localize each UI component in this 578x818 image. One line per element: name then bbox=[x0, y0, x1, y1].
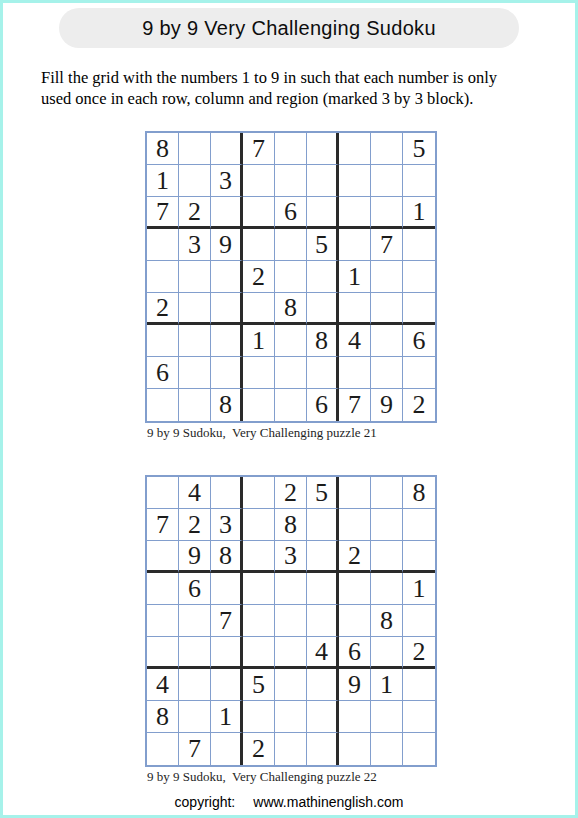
sudoku-cell-r5c7: 1 bbox=[339, 261, 371, 293]
website-text: www.mathinenglish.com bbox=[253, 794, 403, 810]
sudoku-cell-r6c7 bbox=[339, 293, 371, 325]
sudoku-cell-r2c9 bbox=[403, 509, 435, 541]
sudoku-cell-r7c9: 6 bbox=[403, 325, 435, 357]
sudoku-cell-r5c4 bbox=[243, 605, 275, 637]
sudoku-cell-r4c2: 6 bbox=[179, 573, 211, 605]
sudoku-cell-r8c4 bbox=[243, 701, 275, 733]
footer: copyright:www.mathinenglish.com bbox=[3, 794, 575, 810]
sudoku-cell-r5c3 bbox=[211, 261, 243, 293]
sudoku-cell-r9c3 bbox=[211, 733, 243, 765]
sudoku-cell-r4c4 bbox=[243, 229, 275, 261]
sudoku-cell-r9c3: 8 bbox=[211, 389, 243, 421]
sudoku-cell-r6c9: 2 bbox=[403, 637, 435, 669]
sudoku-cell-r3c6 bbox=[307, 541, 339, 573]
instructions-text: Fill the grid with the numbers 1 to 9 in… bbox=[41, 67, 541, 109]
sudoku-cell-r1c8 bbox=[371, 477, 403, 509]
sudoku-cell-r9c6 bbox=[307, 733, 339, 765]
sudoku-cell-r6c3 bbox=[211, 637, 243, 669]
sudoku-cell-r9c2 bbox=[179, 389, 211, 421]
sudoku-cell-r8c1: 6 bbox=[147, 357, 179, 389]
sudoku-cell-r4c8 bbox=[371, 573, 403, 605]
sudoku-cell-r2c9 bbox=[403, 165, 435, 197]
sudoku-cell-r2c5: 8 bbox=[275, 509, 307, 541]
sudoku-cell-r3c6 bbox=[307, 197, 339, 229]
sudoku-cell-r7c5 bbox=[275, 325, 307, 357]
sudoku-cell-r7c7: 4 bbox=[339, 325, 371, 357]
sudoku-cell-r1c9: 5 bbox=[403, 133, 435, 165]
sudoku-cell-r9c9: 2 bbox=[403, 389, 435, 421]
sudoku-cell-r6c4 bbox=[243, 293, 275, 325]
sudoku-cell-r2c2 bbox=[179, 165, 211, 197]
sudoku-cell-r9c1 bbox=[147, 733, 179, 765]
sudoku-cell-r6c6: 4 bbox=[307, 637, 339, 669]
sudoku-cell-r8c8 bbox=[371, 701, 403, 733]
sudoku-cell-r5c7 bbox=[339, 605, 371, 637]
sudoku-cell-r1c1 bbox=[147, 477, 179, 509]
instructions-line-2: used once in each row, column and region… bbox=[41, 88, 541, 109]
sudoku-cell-r2c4 bbox=[243, 509, 275, 541]
sudoku-cell-r4c9 bbox=[403, 229, 435, 261]
sudoku-cell-r8c5 bbox=[275, 701, 307, 733]
sudoku-cell-r5c1 bbox=[147, 605, 179, 637]
sudoku-cell-r1c6: 5 bbox=[307, 477, 339, 509]
sudoku-cell-r7c4: 1 bbox=[243, 325, 275, 357]
sudoku-cell-r7c5 bbox=[275, 669, 307, 701]
sudoku-cell-r3c8 bbox=[371, 541, 403, 573]
sudoku-cell-r6c7: 6 bbox=[339, 637, 371, 669]
sudoku-cell-r2c4 bbox=[243, 165, 275, 197]
sudoku-cell-r5c9 bbox=[403, 605, 435, 637]
sudoku-cell-r9c8 bbox=[371, 733, 403, 765]
sudoku-cell-r8c3 bbox=[211, 357, 243, 389]
sudoku-cell-r7c2 bbox=[179, 325, 211, 357]
sudoku-cell-r7c1: 4 bbox=[147, 669, 179, 701]
sudoku-cell-r1c4: 7 bbox=[243, 133, 275, 165]
sudoku-grid-puzzle-22: 425872389832617846245918172 bbox=[145, 475, 437, 767]
sudoku-cell-r3c5: 6 bbox=[275, 197, 307, 229]
sudoku-cell-r4c5 bbox=[275, 229, 307, 261]
sudoku-cell-r6c6 bbox=[307, 293, 339, 325]
sudoku-cell-r9c5 bbox=[275, 733, 307, 765]
sudoku-cell-r8c7 bbox=[339, 701, 371, 733]
sudoku-cell-r3c3: 8 bbox=[211, 541, 243, 573]
sudoku-cell-r7c1 bbox=[147, 325, 179, 357]
sudoku-cell-r8c2 bbox=[179, 357, 211, 389]
sudoku-cell-r8c5 bbox=[275, 357, 307, 389]
sudoku-cell-r3c8 bbox=[371, 197, 403, 229]
copyright-label: copyright: bbox=[175, 794, 236, 810]
sudoku-cell-r5c2 bbox=[179, 261, 211, 293]
sudoku-cell-r3c1 bbox=[147, 541, 179, 573]
sudoku-cell-r1c3 bbox=[211, 477, 243, 509]
sudoku-cell-r9c7 bbox=[339, 733, 371, 765]
sudoku-cell-r2c6 bbox=[307, 165, 339, 197]
sudoku-cell-r5c9 bbox=[403, 261, 435, 293]
sudoku-cell-r9c9 bbox=[403, 733, 435, 765]
sudoku-cell-r4c5 bbox=[275, 573, 307, 605]
sudoku-cell-r7c3 bbox=[211, 669, 243, 701]
sudoku-cell-r8c8 bbox=[371, 357, 403, 389]
sudoku-cell-r8c6 bbox=[307, 701, 339, 733]
sudoku-cell-r5c8: 8 bbox=[371, 605, 403, 637]
sudoku-cell-r8c9 bbox=[403, 701, 435, 733]
sudoku-cell-r4c1 bbox=[147, 573, 179, 605]
sudoku-cell-r7c8 bbox=[371, 325, 403, 357]
sudoku-cell-r6c5: 8 bbox=[275, 293, 307, 325]
sudoku-cell-r8c9 bbox=[403, 357, 435, 389]
sudoku-cell-r7c3 bbox=[211, 325, 243, 357]
sudoku-cell-r3c4 bbox=[243, 541, 275, 573]
page-title: 9 by 9 Very Challenging Sudoku bbox=[142, 17, 436, 40]
sudoku-cell-r1c4 bbox=[243, 477, 275, 509]
sudoku-cell-r5c5 bbox=[275, 261, 307, 293]
sudoku-cell-r6c2 bbox=[179, 637, 211, 669]
sudoku-cell-r1c7 bbox=[339, 477, 371, 509]
sudoku-cell-r1c5: 2 bbox=[275, 477, 307, 509]
sudoku-cell-r1c7 bbox=[339, 133, 371, 165]
sudoku-cell-r4c7 bbox=[339, 229, 371, 261]
sudoku-cell-r5c2 bbox=[179, 605, 211, 637]
puzzle-21-caption: 9 by 9 Sudoku, Very Challenging puzzle 2… bbox=[147, 425, 377, 441]
sudoku-cell-r2c3: 3 bbox=[211, 509, 243, 541]
sudoku-cell-r1c5 bbox=[275, 133, 307, 165]
sudoku-cell-r3c5: 3 bbox=[275, 541, 307, 573]
sudoku-cell-r1c1: 8 bbox=[147, 133, 179, 165]
sudoku-cell-r3c1: 7 bbox=[147, 197, 179, 229]
sudoku-cell-r6c3 bbox=[211, 293, 243, 325]
sudoku-cell-r5c5 bbox=[275, 605, 307, 637]
sudoku-cell-r9c1 bbox=[147, 389, 179, 421]
sudoku-cell-r2c3: 3 bbox=[211, 165, 243, 197]
sudoku-cell-r4c7 bbox=[339, 573, 371, 605]
sudoku-cell-r3c9 bbox=[403, 541, 435, 573]
sudoku-cell-r7c9 bbox=[403, 669, 435, 701]
sudoku-cell-r7c2 bbox=[179, 669, 211, 701]
sudoku-cell-r1c8 bbox=[371, 133, 403, 165]
sudoku-cell-r3c2: 2 bbox=[179, 197, 211, 229]
sudoku-cell-r4c3 bbox=[211, 573, 243, 605]
sudoku-cell-r3c3 bbox=[211, 197, 243, 229]
sudoku-cell-r6c4 bbox=[243, 637, 275, 669]
instructions-line-1: Fill the grid with the numbers 1 to 9 in… bbox=[41, 67, 541, 88]
sudoku-cell-r2c2: 2 bbox=[179, 509, 211, 541]
sudoku-cell-r1c6 bbox=[307, 133, 339, 165]
sudoku-cell-r9c7: 7 bbox=[339, 389, 371, 421]
sudoku-cell-r1c3 bbox=[211, 133, 243, 165]
sudoku-cell-r4c9: 1 bbox=[403, 573, 435, 605]
puzzle-22-caption: 9 by 9 Sudoku, Very Challenging puzzle 2… bbox=[147, 769, 377, 785]
sudoku-cell-r4c6: 5 bbox=[307, 229, 339, 261]
sudoku-cell-r3c7: 2 bbox=[339, 541, 371, 573]
sudoku-cell-r8c1: 8 bbox=[147, 701, 179, 733]
sudoku-cell-r4c2: 3 bbox=[179, 229, 211, 261]
sudoku-cell-r7c6 bbox=[307, 669, 339, 701]
sudoku-cell-r6c1: 2 bbox=[147, 293, 179, 325]
sudoku-cell-r1c9: 8 bbox=[403, 477, 435, 509]
sudoku-cell-r7c4: 5 bbox=[243, 669, 275, 701]
sudoku-cell-r6c5 bbox=[275, 637, 307, 669]
sudoku-cell-r2c7 bbox=[339, 165, 371, 197]
sudoku-cell-r5c6 bbox=[307, 605, 339, 637]
sudoku-cell-r7c6: 8 bbox=[307, 325, 339, 357]
sudoku-cell-r6c9 bbox=[403, 293, 435, 325]
sudoku-cell-r5c1 bbox=[147, 261, 179, 293]
sudoku-cell-r6c1 bbox=[147, 637, 179, 669]
sudoku-cell-r7c7: 9 bbox=[339, 669, 371, 701]
sudoku-cell-r9c2: 7 bbox=[179, 733, 211, 765]
sudoku-cell-r6c2 bbox=[179, 293, 211, 325]
sudoku-cell-r6c8 bbox=[371, 293, 403, 325]
sudoku-cell-r9c8: 9 bbox=[371, 389, 403, 421]
sudoku-cell-r1c2 bbox=[179, 133, 211, 165]
sudoku-cell-r5c6 bbox=[307, 261, 339, 293]
sudoku-cell-r9c6: 6 bbox=[307, 389, 339, 421]
sudoku-cell-r4c1 bbox=[147, 229, 179, 261]
sudoku-cell-r3c2: 9 bbox=[179, 541, 211, 573]
sudoku-cell-r4c3: 9 bbox=[211, 229, 243, 261]
sudoku-cell-r2c6 bbox=[307, 509, 339, 541]
sudoku-cell-r1c2: 4 bbox=[179, 477, 211, 509]
sudoku-cell-r2c7 bbox=[339, 509, 371, 541]
sudoku-cell-r2c8 bbox=[371, 509, 403, 541]
sudoku-cell-r4c8: 7 bbox=[371, 229, 403, 261]
sudoku-cell-r8c7 bbox=[339, 357, 371, 389]
sudoku-cell-r2c5 bbox=[275, 165, 307, 197]
sudoku-cell-r2c8 bbox=[371, 165, 403, 197]
sudoku-cell-r3c4 bbox=[243, 197, 275, 229]
sudoku-cell-r8c4 bbox=[243, 357, 275, 389]
sudoku-cell-r9c5 bbox=[275, 389, 307, 421]
sudoku-cell-r9c4 bbox=[243, 389, 275, 421]
sudoku-cell-r8c6 bbox=[307, 357, 339, 389]
sudoku-cell-r3c7 bbox=[339, 197, 371, 229]
sudoku-cell-r7c8: 1 bbox=[371, 669, 403, 701]
sudoku-cell-r2c1: 7 bbox=[147, 509, 179, 541]
title-banner: 9 by 9 Very Challenging Sudoku bbox=[59, 8, 519, 48]
sudoku-cell-r4c6 bbox=[307, 573, 339, 605]
sudoku-grid-puzzle-21: 875137261395721281846686792 bbox=[145, 131, 437, 423]
sudoku-cell-r8c2 bbox=[179, 701, 211, 733]
sudoku-cell-r8c3: 1 bbox=[211, 701, 243, 733]
sudoku-cell-r5c8 bbox=[371, 261, 403, 293]
sudoku-cell-r4c4 bbox=[243, 573, 275, 605]
sudoku-cell-r5c4: 2 bbox=[243, 261, 275, 293]
sudoku-cell-r5c3: 7 bbox=[211, 605, 243, 637]
sudoku-cell-r3c9: 1 bbox=[403, 197, 435, 229]
sudoku-worksheet-page: { "game": "sudoku", "page": { "title": "… bbox=[0, 0, 578, 818]
sudoku-cell-r6c8 bbox=[371, 637, 403, 669]
sudoku-cell-r2c1: 1 bbox=[147, 165, 179, 197]
sudoku-cell-r9c4: 2 bbox=[243, 733, 275, 765]
